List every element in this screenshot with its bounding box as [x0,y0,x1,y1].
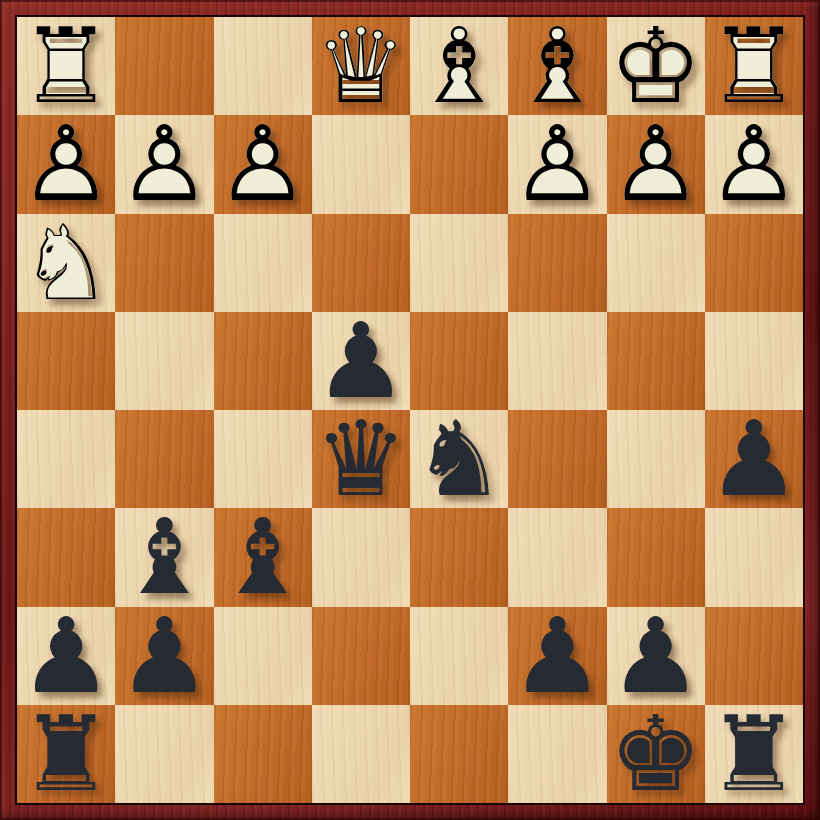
square-h4[interactable] [17,312,115,410]
square-a8[interactable]: ♜ [705,705,803,803]
square-b8[interactable]: ♚ [607,705,705,803]
piece-fill-glyph: ♞ [410,410,508,508]
piece-outline-glyph: ♙ [214,115,312,213]
piece-outline-glyph: ♖ [17,17,115,115]
piece-outline-glyph: ♙ [607,115,705,213]
piece-wN-h3[interactable]: ♞♘ [17,214,115,312]
square-h5[interactable] [17,410,115,508]
square-b4[interactable] [607,312,705,410]
board-frame: ♜♖♛♕♝♗♝♗♚♔♜♖♟♙♟♙♟♙♟♙♟♙♟♙♞♘♟♛♞♟♝♝♟♟♟♟♜♚♜ [0,0,820,820]
piece-fill-glyph: ♚ [607,705,705,803]
square-e7[interactable] [312,607,410,705]
piece-wB-d1[interactable]: ♝♗ [410,17,508,115]
square-b2[interactable]: ♟♙ [607,115,705,213]
square-d7[interactable] [410,607,508,705]
square-b6[interactable] [607,508,705,606]
square-a1[interactable]: ♜♖ [705,17,803,115]
square-e6[interactable] [312,508,410,606]
square-g1[interactable] [115,17,213,115]
square-e3[interactable] [312,214,410,312]
square-g7[interactable]: ♟ [115,607,213,705]
square-g2[interactable]: ♟♙ [115,115,213,213]
square-f4[interactable] [214,312,312,410]
piece-bN-d5[interactable]: ♞ [410,410,508,508]
piece-wP-c2[interactable]: ♟♙ [508,115,606,213]
piece-bR-h8[interactable]: ♜ [17,705,115,803]
square-b1[interactable]: ♚♔ [607,17,705,115]
piece-wP-f2[interactable]: ♟♙ [214,115,312,213]
piece-fill-glyph: ♟ [115,607,213,705]
square-e2[interactable] [312,115,410,213]
square-d3[interactable] [410,214,508,312]
piece-bQ-e5[interactable]: ♛ [312,410,410,508]
piece-wB-c1[interactable]: ♝♗ [508,17,606,115]
square-f2[interactable]: ♟♙ [214,115,312,213]
piece-bP-a5[interactable]: ♟ [705,410,803,508]
piece-outline-glyph: ♗ [410,17,508,115]
square-d1[interactable]: ♝♗ [410,17,508,115]
square-h1[interactable]: ♜♖ [17,17,115,115]
piece-wP-g2[interactable]: ♟♙ [115,115,213,213]
piece-bP-e4[interactable]: ♟ [312,312,410,410]
square-c6[interactable] [508,508,606,606]
square-f7[interactable] [214,607,312,705]
square-f1[interactable] [214,17,312,115]
square-h2[interactable]: ♟♙ [17,115,115,213]
square-a7[interactable] [705,607,803,705]
piece-outline-glyph: ♖ [705,17,803,115]
square-c2[interactable]: ♟♙ [508,115,606,213]
piece-outline-glyph: ♙ [705,115,803,213]
piece-outline-glyph: ♙ [115,115,213,213]
square-b3[interactable] [607,214,705,312]
piece-fill-glyph: ♟ [508,607,606,705]
piece-fill-glyph: ♟ [17,607,115,705]
piece-outline-glyph: ♗ [508,17,606,115]
piece-wK-b1[interactable]: ♚♔ [607,17,705,115]
piece-bB-g6[interactable]: ♝ [115,508,213,606]
square-d8[interactable] [410,705,508,803]
piece-fill-glyph: ♝ [214,508,312,606]
square-h8[interactable]: ♜ [17,705,115,803]
piece-fill-glyph: ♛ [312,410,410,508]
square-c1[interactable]: ♝♗ [508,17,606,115]
square-c3[interactable] [508,214,606,312]
piece-fill-glyph: ♟ [705,410,803,508]
board: ♜♖♛♕♝♗♝♗♚♔♜♖♟♙♟♙♟♙♟♙♟♙♟♙♞♘♟♛♞♟♝♝♟♟♟♟♜♚♜ [15,15,805,805]
square-c7[interactable]: ♟ [508,607,606,705]
piece-bK-b8[interactable]: ♚ [607,705,705,803]
piece-bP-g7[interactable]: ♟ [115,607,213,705]
square-d4[interactable] [410,312,508,410]
square-d5[interactable]: ♞ [410,410,508,508]
square-a6[interactable] [705,508,803,606]
square-f8[interactable] [214,705,312,803]
piece-fill-glyph: ♜ [705,705,803,803]
piece-fill-glyph: ♟ [312,312,410,410]
piece-bP-b7[interactable]: ♟ [607,607,705,705]
piece-wQ-e1[interactable]: ♛♕ [312,17,410,115]
square-a2[interactable]: ♟♙ [705,115,803,213]
square-g5[interactable] [115,410,213,508]
square-a5[interactable]: ♟ [705,410,803,508]
square-f5[interactable] [214,410,312,508]
piece-outline-glyph: ♔ [607,17,705,115]
square-b5[interactable] [607,410,705,508]
piece-wR-h1[interactable]: ♜♖ [17,17,115,115]
piece-fill-glyph: ♝ [115,508,213,606]
piece-outline-glyph: ♘ [17,214,115,312]
square-h6[interactable] [17,508,115,606]
square-g3[interactable] [115,214,213,312]
square-e5[interactable]: ♛ [312,410,410,508]
piece-fill-glyph: ♜ [17,705,115,803]
square-c4[interactable] [508,312,606,410]
piece-wP-a2[interactable]: ♟♙ [705,115,803,213]
square-h7[interactable]: ♟ [17,607,115,705]
square-b7[interactable]: ♟ [607,607,705,705]
square-g4[interactable] [115,312,213,410]
square-e4[interactable]: ♟ [312,312,410,410]
square-f3[interactable] [214,214,312,312]
square-h3[interactable]: ♞♘ [17,214,115,312]
piece-outline-glyph: ♙ [508,115,606,213]
piece-bP-h7[interactable]: ♟ [17,607,115,705]
piece-outline-glyph: ♙ [17,115,115,213]
square-d6[interactable] [410,508,508,606]
piece-wP-b2[interactable]: ♟♙ [607,115,705,213]
square-e1[interactable]: ♛♕ [312,17,410,115]
square-c8[interactable] [508,705,606,803]
square-e8[interactable] [312,705,410,803]
square-a3[interactable] [705,214,803,312]
square-g6[interactable]: ♝ [115,508,213,606]
square-c5[interactable] [508,410,606,508]
piece-bR-a8[interactable]: ♜ [705,705,803,803]
piece-bB-f6[interactable]: ♝ [214,508,312,606]
square-d2[interactable] [410,115,508,213]
piece-fill-glyph: ♟ [607,607,705,705]
square-g8[interactable] [115,705,213,803]
square-f6[interactable]: ♝ [214,508,312,606]
piece-wP-h2[interactable]: ♟♙ [17,115,115,213]
piece-wR-a1[interactable]: ♜♖ [705,17,803,115]
piece-outline-glyph: ♕ [312,17,410,115]
piece-bP-c7[interactable]: ♟ [508,607,606,705]
square-a4[interactable] [705,312,803,410]
